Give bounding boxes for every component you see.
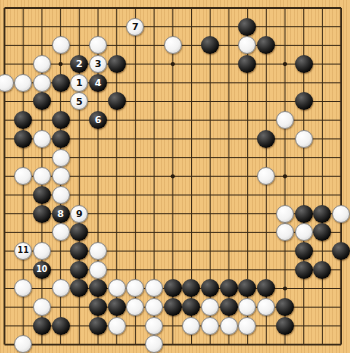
intersection[interactable] <box>294 335 313 353</box>
intersection[interactable] <box>0 73 14 92</box>
intersection[interactable] <box>238 298 257 317</box>
intersection[interactable] <box>51 111 70 130</box>
intersection[interactable] <box>182 129 201 148</box>
intersection[interactable] <box>332 73 350 92</box>
intersection[interactable] <box>145 298 164 317</box>
intersection[interactable] <box>313 0 332 17</box>
intersection[interactable] <box>201 92 220 111</box>
intersection[interactable] <box>163 36 182 55</box>
intersection[interactable] <box>219 316 238 335</box>
intersection[interactable] <box>219 148 238 167</box>
intersection[interactable] <box>51 335 70 353</box>
intersection[interactable] <box>145 36 164 55</box>
intersection[interactable] <box>14 111 33 130</box>
intersection[interactable] <box>70 316 89 335</box>
intersection[interactable] <box>14 17 33 36</box>
intersection[interactable] <box>126 242 145 261</box>
intersection[interactable] <box>51 55 70 74</box>
intersection[interactable] <box>33 223 52 242</box>
intersection[interactable] <box>201 129 220 148</box>
intersection[interactable] <box>313 73 332 92</box>
intersection[interactable] <box>14 316 33 335</box>
intersection[interactable] <box>294 17 313 36</box>
intersection[interactable] <box>70 223 89 242</box>
intersection[interactable] <box>145 0 164 17</box>
intersection[interactable] <box>332 242 350 261</box>
intersection[interactable] <box>33 298 52 317</box>
intersection[interactable] <box>332 260 350 279</box>
intersection[interactable] <box>313 17 332 36</box>
intersection[interactable] <box>182 17 201 36</box>
intersection[interactable] <box>275 36 294 55</box>
intersection[interactable] <box>89 129 108 148</box>
intersection[interactable] <box>70 111 89 130</box>
intersection[interactable] <box>219 223 238 242</box>
intersection[interactable] <box>238 335 257 353</box>
intersection[interactable] <box>182 55 201 74</box>
intersection[interactable] <box>33 186 52 205</box>
intersection[interactable] <box>332 316 350 335</box>
intersection[interactable] <box>275 242 294 261</box>
intersection[interactable] <box>51 0 70 17</box>
intersection[interactable] <box>163 111 182 130</box>
intersection[interactable] <box>70 186 89 205</box>
intersection[interactable] <box>294 36 313 55</box>
intersection[interactable] <box>89 186 108 205</box>
intersection[interactable]: 7 <box>126 17 145 36</box>
intersection[interactable] <box>163 186 182 205</box>
intersection[interactable] <box>257 204 276 223</box>
intersection[interactable] <box>313 204 332 223</box>
intersection[interactable] <box>70 17 89 36</box>
intersection[interactable] <box>126 92 145 111</box>
intersection[interactable] <box>126 36 145 55</box>
intersection[interactable] <box>275 316 294 335</box>
intersection[interactable] <box>238 279 257 298</box>
intersection[interactable] <box>33 111 52 130</box>
intersection[interactable] <box>332 298 350 317</box>
intersection[interactable] <box>145 167 164 186</box>
intersection[interactable] <box>163 129 182 148</box>
intersection[interactable] <box>257 111 276 130</box>
intersection[interactable] <box>0 167 14 186</box>
intersection[interactable] <box>313 298 332 317</box>
intersection[interactable] <box>313 279 332 298</box>
intersection[interactable] <box>145 129 164 148</box>
intersection[interactable] <box>201 111 220 130</box>
intersection[interactable] <box>89 0 108 17</box>
intersection[interactable] <box>219 298 238 317</box>
intersection[interactable] <box>313 242 332 261</box>
intersection[interactable] <box>182 204 201 223</box>
intersection[interactable] <box>275 92 294 111</box>
intersection[interactable] <box>51 148 70 167</box>
intersection[interactable] <box>238 242 257 261</box>
intersection[interactable] <box>219 279 238 298</box>
intersection[interactable] <box>51 92 70 111</box>
intersection[interactable] <box>70 0 89 17</box>
intersection[interactable] <box>107 55 126 74</box>
intersection[interactable] <box>201 279 220 298</box>
intersection[interactable] <box>201 17 220 36</box>
intersection[interactable] <box>201 316 220 335</box>
intersection[interactable] <box>107 186 126 205</box>
intersection[interactable] <box>0 204 14 223</box>
intersection[interactable] <box>201 186 220 205</box>
intersection[interactable] <box>51 316 70 335</box>
intersection[interactable] <box>294 223 313 242</box>
intersection[interactable] <box>145 316 164 335</box>
intersection[interactable] <box>257 223 276 242</box>
intersection[interactable] <box>257 17 276 36</box>
intersection[interactable] <box>294 204 313 223</box>
intersection[interactable] <box>275 73 294 92</box>
intersection[interactable] <box>163 242 182 261</box>
intersection[interactable] <box>89 260 108 279</box>
intersection[interactable] <box>294 111 313 130</box>
intersection[interactable] <box>332 204 350 223</box>
intersection[interactable] <box>332 55 350 74</box>
intersection[interactable] <box>201 223 220 242</box>
intersection[interactable] <box>126 148 145 167</box>
intersection[interactable] <box>145 186 164 205</box>
intersection[interactable] <box>14 36 33 55</box>
intersection[interactable] <box>14 0 33 17</box>
intersection[interactable] <box>163 298 182 317</box>
intersection[interactable] <box>107 298 126 317</box>
intersection[interactable] <box>107 73 126 92</box>
intersection[interactable] <box>332 186 350 205</box>
intersection[interactable] <box>107 316 126 335</box>
intersection[interactable] <box>33 335 52 353</box>
intersection[interactable]: 3 <box>89 55 108 74</box>
intersection[interactable] <box>126 279 145 298</box>
intersection[interactable] <box>275 298 294 317</box>
intersection[interactable] <box>126 73 145 92</box>
intersection[interactable] <box>332 36 350 55</box>
intersection[interactable] <box>182 36 201 55</box>
intersection[interactable] <box>238 260 257 279</box>
intersection[interactable] <box>313 186 332 205</box>
intersection[interactable] <box>126 204 145 223</box>
intersection[interactable] <box>332 148 350 167</box>
intersection[interactable] <box>145 17 164 36</box>
intersection[interactable] <box>0 316 14 335</box>
intersection[interactable] <box>51 73 70 92</box>
intersection[interactable] <box>257 316 276 335</box>
intersection[interactable] <box>332 111 350 130</box>
intersection[interactable] <box>126 111 145 130</box>
intersection[interactable] <box>238 167 257 186</box>
intersection[interactable] <box>14 92 33 111</box>
intersection[interactable] <box>275 186 294 205</box>
intersection[interactable] <box>14 298 33 317</box>
intersection[interactable] <box>182 279 201 298</box>
intersection[interactable] <box>313 148 332 167</box>
intersection[interactable] <box>70 36 89 55</box>
intersection[interactable] <box>89 36 108 55</box>
intersection[interactable] <box>14 204 33 223</box>
intersection[interactable] <box>257 335 276 353</box>
intersection[interactable] <box>219 73 238 92</box>
intersection[interactable] <box>14 335 33 353</box>
intersection[interactable] <box>126 167 145 186</box>
intersection[interactable] <box>107 17 126 36</box>
intersection[interactable] <box>201 204 220 223</box>
intersection[interactable] <box>0 242 14 261</box>
intersection[interactable] <box>0 111 14 130</box>
intersection[interactable] <box>126 223 145 242</box>
intersection[interactable] <box>219 17 238 36</box>
intersection[interactable] <box>70 279 89 298</box>
intersection[interactable] <box>33 17 52 36</box>
intersection[interactable] <box>257 186 276 205</box>
intersection[interactable] <box>33 167 52 186</box>
intersection[interactable] <box>0 0 14 17</box>
intersection[interactable] <box>201 73 220 92</box>
intersection[interactable] <box>163 148 182 167</box>
intersection[interactable] <box>182 167 201 186</box>
intersection[interactable] <box>107 223 126 242</box>
intersection[interactable] <box>126 55 145 74</box>
intersection[interactable] <box>238 129 257 148</box>
intersection[interactable] <box>275 260 294 279</box>
intersection[interactable] <box>107 92 126 111</box>
intersection[interactable] <box>294 129 313 148</box>
intersection[interactable] <box>219 260 238 279</box>
intersection[interactable] <box>182 242 201 261</box>
intersection[interactable] <box>145 279 164 298</box>
intersection[interactable] <box>0 55 14 74</box>
intersection[interactable] <box>163 260 182 279</box>
intersection[interactable] <box>145 335 164 353</box>
intersection[interactable] <box>126 316 145 335</box>
intersection[interactable] <box>89 204 108 223</box>
intersection[interactable] <box>275 0 294 17</box>
intersection[interactable] <box>294 55 313 74</box>
intersection[interactable] <box>294 73 313 92</box>
go-board[interactable]: 7231456891110 <box>0 0 350 353</box>
intersection[interactable] <box>51 129 70 148</box>
intersection[interactable] <box>89 223 108 242</box>
intersection[interactable] <box>126 0 145 17</box>
intersection[interactable] <box>163 73 182 92</box>
intersection[interactable] <box>257 129 276 148</box>
intersection[interactable] <box>33 316 52 335</box>
intersection[interactable] <box>107 204 126 223</box>
intersection[interactable] <box>201 148 220 167</box>
intersection[interactable] <box>0 335 14 353</box>
intersection[interactable] <box>126 335 145 353</box>
intersection[interactable] <box>107 242 126 261</box>
intersection[interactable] <box>145 148 164 167</box>
intersection[interactable] <box>0 36 14 55</box>
intersection[interactable] <box>182 0 201 17</box>
intersection[interactable] <box>182 335 201 353</box>
intersection[interactable] <box>238 223 257 242</box>
intersection[interactable] <box>51 186 70 205</box>
intersection[interactable] <box>182 92 201 111</box>
intersection[interactable] <box>294 0 313 17</box>
intersection[interactable] <box>275 279 294 298</box>
intersection[interactable] <box>89 316 108 335</box>
intersection[interactable] <box>201 36 220 55</box>
intersection[interactable] <box>257 55 276 74</box>
intersection[interactable] <box>126 260 145 279</box>
intersection[interactable] <box>238 148 257 167</box>
intersection[interactable] <box>163 167 182 186</box>
intersection[interactable] <box>51 36 70 55</box>
intersection[interactable] <box>70 298 89 317</box>
intersection[interactable] <box>313 36 332 55</box>
intersection[interactable] <box>219 36 238 55</box>
intersection[interactable]: 11 <box>14 242 33 261</box>
intersection[interactable] <box>313 335 332 353</box>
intersection[interactable] <box>219 204 238 223</box>
intersection[interactable] <box>257 298 276 317</box>
intersection[interactable] <box>89 298 108 317</box>
intersection[interactable] <box>70 242 89 261</box>
intersection[interactable] <box>275 55 294 74</box>
intersection[interactable] <box>238 186 257 205</box>
intersection[interactable]: 2 <box>70 55 89 74</box>
intersection[interactable] <box>182 260 201 279</box>
intersection[interactable] <box>14 129 33 148</box>
intersection[interactable] <box>33 129 52 148</box>
intersection[interactable] <box>14 186 33 205</box>
intersection[interactable] <box>332 92 350 111</box>
intersection[interactable] <box>163 0 182 17</box>
intersection[interactable] <box>145 92 164 111</box>
intersection[interactable] <box>238 0 257 17</box>
intersection[interactable] <box>14 167 33 186</box>
intersection[interactable] <box>275 167 294 186</box>
intersection[interactable] <box>238 55 257 74</box>
intersection[interactable] <box>70 148 89 167</box>
intersection[interactable] <box>51 298 70 317</box>
intersection[interactable] <box>294 148 313 167</box>
intersection[interactable] <box>14 260 33 279</box>
intersection[interactable] <box>89 17 108 36</box>
intersection[interactable] <box>107 260 126 279</box>
intersection[interactable] <box>332 279 350 298</box>
intersection[interactable] <box>257 92 276 111</box>
intersection[interactable] <box>313 92 332 111</box>
intersection[interactable] <box>126 186 145 205</box>
intersection[interactable] <box>107 0 126 17</box>
intersection[interactable] <box>238 92 257 111</box>
intersection[interactable] <box>0 17 14 36</box>
intersection[interactable] <box>89 335 108 353</box>
intersection[interactable] <box>219 186 238 205</box>
intersection[interactable]: 1 <box>70 73 89 92</box>
intersection[interactable] <box>145 242 164 261</box>
intersection[interactable] <box>313 316 332 335</box>
intersection[interactable] <box>294 279 313 298</box>
intersection[interactable]: 8 <box>51 204 70 223</box>
intersection[interactable] <box>313 223 332 242</box>
intersection[interactable] <box>238 73 257 92</box>
intersection[interactable] <box>107 129 126 148</box>
intersection[interactable] <box>275 17 294 36</box>
intersection[interactable] <box>89 242 108 261</box>
intersection[interactable] <box>0 148 14 167</box>
intersection[interactable] <box>0 260 14 279</box>
intersection[interactable] <box>107 279 126 298</box>
intersection[interactable] <box>89 279 108 298</box>
intersection[interactable] <box>0 129 14 148</box>
intersection[interactable] <box>51 279 70 298</box>
intersection[interactable] <box>33 73 52 92</box>
intersection[interactable] <box>145 111 164 130</box>
intersection[interactable] <box>219 111 238 130</box>
intersection[interactable] <box>201 260 220 279</box>
intersection[interactable] <box>294 260 313 279</box>
intersection[interactable] <box>201 335 220 353</box>
intersection[interactable] <box>332 223 350 242</box>
intersection[interactable] <box>107 167 126 186</box>
intersection[interactable] <box>201 298 220 317</box>
intersection[interactable] <box>182 148 201 167</box>
intersection[interactable] <box>33 204 52 223</box>
intersection[interactable] <box>257 36 276 55</box>
intersection[interactable] <box>313 167 332 186</box>
intersection[interactable] <box>182 298 201 317</box>
intersection[interactable] <box>219 92 238 111</box>
intersection[interactable] <box>163 17 182 36</box>
intersection[interactable]: 10 <box>33 260 52 279</box>
intersection[interactable]: 5 <box>70 92 89 111</box>
intersection[interactable] <box>145 223 164 242</box>
intersection[interactable] <box>0 92 14 111</box>
intersection[interactable] <box>107 335 126 353</box>
intersection[interactable] <box>33 36 52 55</box>
intersection[interactable] <box>107 111 126 130</box>
intersection[interactable] <box>163 335 182 353</box>
intersection[interactable] <box>238 36 257 55</box>
intersection[interactable] <box>163 223 182 242</box>
intersection[interactable] <box>275 111 294 130</box>
intersection[interactable] <box>182 223 201 242</box>
intersection[interactable] <box>14 279 33 298</box>
intersection[interactable] <box>0 186 14 205</box>
intersection[interactable] <box>275 335 294 353</box>
intersection[interactable] <box>33 0 52 17</box>
intersection[interactable] <box>163 204 182 223</box>
intersection[interactable] <box>89 148 108 167</box>
intersection[interactable] <box>14 148 33 167</box>
intersection[interactable] <box>294 92 313 111</box>
intersection[interactable] <box>219 129 238 148</box>
intersection[interactable] <box>219 242 238 261</box>
intersection[interactable] <box>313 260 332 279</box>
intersection[interactable] <box>182 186 201 205</box>
intersection[interactable] <box>163 55 182 74</box>
intersection[interactable] <box>313 129 332 148</box>
intersection[interactable] <box>313 55 332 74</box>
intersection[interactable] <box>238 204 257 223</box>
intersection[interactable] <box>201 167 220 186</box>
intersection[interactable] <box>201 0 220 17</box>
intersection[interactable] <box>238 316 257 335</box>
intersection[interactable] <box>70 129 89 148</box>
intersection[interactable] <box>275 223 294 242</box>
intersection[interactable] <box>332 167 350 186</box>
intersection[interactable] <box>107 148 126 167</box>
intersection[interactable] <box>33 279 52 298</box>
intersection[interactable] <box>0 223 14 242</box>
intersection[interactable] <box>126 298 145 317</box>
